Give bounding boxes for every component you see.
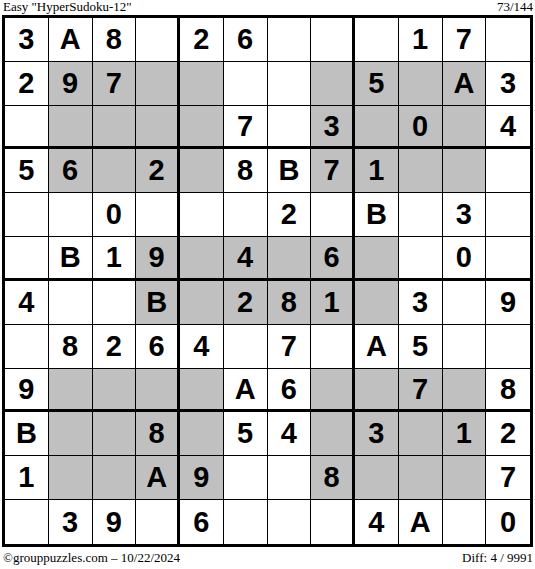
cell-r10c5[interactable] — [180, 412, 224, 456]
cell-r3c9[interactable] — [355, 106, 399, 150]
cell-r2c12[interactable]: 3 — [486, 62, 530, 106]
cell-r1c9[interactable] — [355, 18, 399, 62]
cell-r3c2[interactable] — [49, 106, 93, 150]
cell-r10c6[interactable]: 5 — [224, 412, 268, 456]
cell-r7c7[interactable]: 8 — [268, 281, 312, 325]
cell-r2c8[interactable] — [311, 62, 355, 106]
cell-r7c3[interactable] — [93, 281, 137, 325]
cell-r4c12[interactable] — [486, 149, 530, 193]
header: Easy "HyperSudoku-12" 73/144 — [0, 0, 535, 15]
cell-r9c8[interactable] — [311, 369, 355, 413]
cell-r12c9[interactable]: 4 — [355, 500, 399, 544]
puzzle-counter: 73/144 — [497, 0, 533, 14]
cell-r1c1[interactable]: 3 — [5, 18, 49, 62]
cell-r6c6[interactable]: 4 — [224, 237, 268, 281]
cell-r12c10[interactable]: A — [399, 500, 443, 544]
cell-r3c4[interactable] — [136, 106, 180, 150]
cell-r9c4[interactable] — [136, 369, 180, 413]
cell-r9c5[interactable] — [180, 369, 224, 413]
cell-r8c12[interactable] — [486, 325, 530, 369]
cell-r6c1[interactable] — [5, 237, 49, 281]
cell-r9c9[interactable] — [355, 369, 399, 413]
cell-r5c8[interactable] — [311, 193, 355, 237]
cell-r3c6[interactable]: 7 — [224, 106, 268, 150]
cell-r8c1[interactable] — [5, 325, 49, 369]
cell-r12c12[interactable]: 0 — [486, 500, 530, 544]
cell-r4c1[interactable]: 5 — [5, 149, 49, 193]
cell-r5c12[interactable] — [486, 193, 530, 237]
cell-r4c10[interactable] — [399, 149, 443, 193]
cell-r8c11[interactable] — [443, 325, 487, 369]
cell-r7c11[interactable] — [443, 281, 487, 325]
cell-r12c4[interactable] — [136, 500, 180, 544]
cell-r2c11[interactable]: A — [443, 62, 487, 106]
cell-r2c3[interactable]: 7 — [93, 62, 137, 106]
cell-r1c6[interactable]: 6 — [224, 18, 268, 62]
cell-r3c8[interactable]: 3 — [311, 106, 355, 150]
cell-r6c3[interactable]: 1 — [93, 237, 137, 281]
cell-r5c1[interactable] — [5, 193, 49, 237]
cell-r12c2[interactable]: 3 — [49, 500, 93, 544]
cell-r6c2[interactable]: B — [49, 237, 93, 281]
cell-r1c12[interactable] — [486, 18, 530, 62]
puzzle-title: Easy "HyperSudoku-12" — [3, 0, 132, 14]
cell-r2c9[interactable]: 5 — [355, 62, 399, 106]
footer-difficulty: Diff: 4 / 9991 — [462, 551, 533, 565]
cell-r11c8[interactable]: 8 — [311, 456, 355, 500]
cell-r8c3[interactable]: 2 — [93, 325, 137, 369]
cell-r10c7[interactable]: 4 — [268, 412, 312, 456]
cell-r5c11[interactable]: 3 — [443, 193, 487, 237]
cell-r7c10[interactable]: 3 — [399, 281, 443, 325]
cell-r10c8[interactable] — [311, 412, 355, 456]
cell-r3c7[interactable] — [268, 106, 312, 150]
cell-r5c4[interactable] — [136, 193, 180, 237]
cell-r10c10[interactable] — [399, 412, 443, 456]
cell-r4c2[interactable]: 6 — [49, 149, 93, 193]
cell-r11c11[interactable] — [443, 456, 487, 500]
sudoku-grid: 3A826172975A373045628B7102B3B194604B2813… — [2, 15, 533, 547]
cell-r8c9[interactable]: A — [355, 325, 399, 369]
cell-r2c10[interactable] — [399, 62, 443, 106]
cell-r7c9[interactable] — [355, 281, 399, 325]
cell-r3c1[interactable] — [5, 106, 49, 150]
cell-r5c7[interactable]: 2 — [268, 193, 312, 237]
cell-r6c8[interactable]: 6 — [311, 237, 355, 281]
cell-r8c8[interactable] — [311, 325, 355, 369]
cell-r10c11[interactable]: 1 — [443, 412, 487, 456]
cell-r2c6[interactable] — [224, 62, 268, 106]
cell-r10c3[interactable] — [93, 412, 137, 456]
cell-r11c12[interactable]: 7 — [486, 456, 530, 500]
cell-r1c2[interactable]: A — [49, 18, 93, 62]
cell-r1c4[interactable] — [136, 18, 180, 62]
cell-r11c2[interactable] — [49, 456, 93, 500]
cell-r7c1[interactable]: 4 — [5, 281, 49, 325]
cell-r3c10[interactable]: 0 — [399, 106, 443, 150]
cell-r5c6[interactable] — [224, 193, 268, 237]
cell-r3c5[interactable] — [180, 106, 224, 150]
cell-r10c1[interactable]: B — [5, 412, 49, 456]
cell-r4c6[interactable]: 8 — [224, 149, 268, 193]
cell-r11c9[interactable] — [355, 456, 399, 500]
cell-r6c5[interactable] — [180, 237, 224, 281]
cell-r8c10[interactable]: 5 — [399, 325, 443, 369]
cell-r5c5[interactable] — [180, 193, 224, 237]
cell-r12c8[interactable] — [311, 500, 355, 544]
cell-r7c2[interactable] — [49, 281, 93, 325]
cell-r3c11[interactable] — [443, 106, 487, 150]
cell-r1c7[interactable] — [268, 18, 312, 62]
cell-r6c12[interactable] — [486, 237, 530, 281]
cell-r9c3[interactable] — [93, 369, 137, 413]
cell-r9c6[interactable]: A — [224, 369, 268, 413]
cell-r10c4[interactable]: 8 — [136, 412, 180, 456]
cell-r7c4[interactable]: B — [136, 281, 180, 325]
cell-r7c5[interactable] — [180, 281, 224, 325]
cell-r8c7[interactable]: 7 — [268, 325, 312, 369]
cell-r2c2[interactable]: 9 — [49, 62, 93, 106]
cell-r12c5[interactable]: 6 — [180, 500, 224, 544]
cell-r9c7[interactable]: 6 — [268, 369, 312, 413]
cell-r6c7[interactable] — [268, 237, 312, 281]
cell-r3c12[interactable]: 4 — [486, 106, 530, 150]
footer-credit: ©grouppuzzles.com – 10/22/2024 — [3, 551, 180, 565]
cell-r6c10[interactable] — [399, 237, 443, 281]
cell-r11c7[interactable] — [268, 456, 312, 500]
cell-r4c11[interactable] — [443, 149, 487, 193]
cell-r8c6[interactable] — [224, 325, 268, 369]
cell-r3c3[interactable] — [93, 106, 137, 150]
cell-r8c5[interactable]: 4 — [180, 325, 224, 369]
cell-r5c9[interactable]: B — [355, 193, 399, 237]
cell-r11c6[interactable] — [224, 456, 268, 500]
cell-r12c6[interactable] — [224, 500, 268, 544]
cell-r7c12[interactable]: 9 — [486, 281, 530, 325]
cell-r8c2[interactable]: 8 — [49, 325, 93, 369]
cell-r2c1[interactable]: 2 — [5, 62, 49, 106]
cell-r6c11[interactable]: 0 — [443, 237, 487, 281]
cell-r6c9[interactable] — [355, 237, 399, 281]
cell-r7c8[interactable]: 1 — [311, 281, 355, 325]
cell-r4c5[interactable] — [180, 149, 224, 193]
cell-r11c1[interactable]: 1 — [5, 456, 49, 500]
cell-r1c10[interactable]: 1 — [399, 18, 443, 62]
cell-r4c8[interactable]: 7 — [311, 149, 355, 193]
cell-r4c3[interactable] — [93, 149, 137, 193]
cell-r1c11[interactable]: 7 — [443, 18, 487, 62]
cell-r12c3[interactable]: 9 — [93, 500, 137, 544]
cell-r1c5[interactable]: 2 — [180, 18, 224, 62]
cell-r7c6[interactable]: 2 — [224, 281, 268, 325]
cell-r2c4[interactable] — [136, 62, 180, 106]
cell-r11c5[interactable]: 9 — [180, 456, 224, 500]
cell-r9c2[interactable] — [49, 369, 93, 413]
cell-r10c9[interactable]: 3 — [355, 412, 399, 456]
puzzle-page: Easy "HyperSudoku-12" 73/144 3A826172975… — [0, 0, 535, 569]
cell-r5c10[interactable] — [399, 193, 443, 237]
cell-r9c1[interactable]: 9 — [5, 369, 49, 413]
cell-r11c4[interactable]: A — [136, 456, 180, 500]
cell-r10c2[interactable] — [49, 412, 93, 456]
cell-r9c10[interactable]: 7 — [399, 369, 443, 413]
cell-r12c1[interactable] — [5, 500, 49, 544]
footer: ©grouppuzzles.com – 10/22/2024 Diff: 4 /… — [0, 550, 535, 569]
cell-r9c12[interactable]: 8 — [486, 369, 530, 413]
cell-r11c3[interactable] — [93, 456, 137, 500]
cell-r5c3[interactable]: 0 — [93, 193, 137, 237]
cell-r12c11[interactable] — [443, 500, 487, 544]
cell-r1c8[interactable] — [311, 18, 355, 62]
cell-r11c10[interactable] — [399, 456, 443, 500]
cell-r4c7[interactable]: B — [268, 149, 312, 193]
cell-r12c7[interactable] — [268, 500, 312, 544]
cell-r2c7[interactable] — [268, 62, 312, 106]
cell-r6c4[interactable]: 9 — [136, 237, 180, 281]
cell-r8c4[interactable]: 6 — [136, 325, 180, 369]
cell-r4c4[interactable]: 2 — [136, 149, 180, 193]
cell-r1c3[interactable]: 8 — [93, 18, 137, 62]
cell-r2c5[interactable] — [180, 62, 224, 106]
cell-r4c9[interactable]: 1 — [355, 149, 399, 193]
cell-r5c2[interactable] — [49, 193, 93, 237]
cell-r10c12[interactable]: 2 — [486, 412, 530, 456]
cell-r9c11[interactable] — [443, 369, 487, 413]
